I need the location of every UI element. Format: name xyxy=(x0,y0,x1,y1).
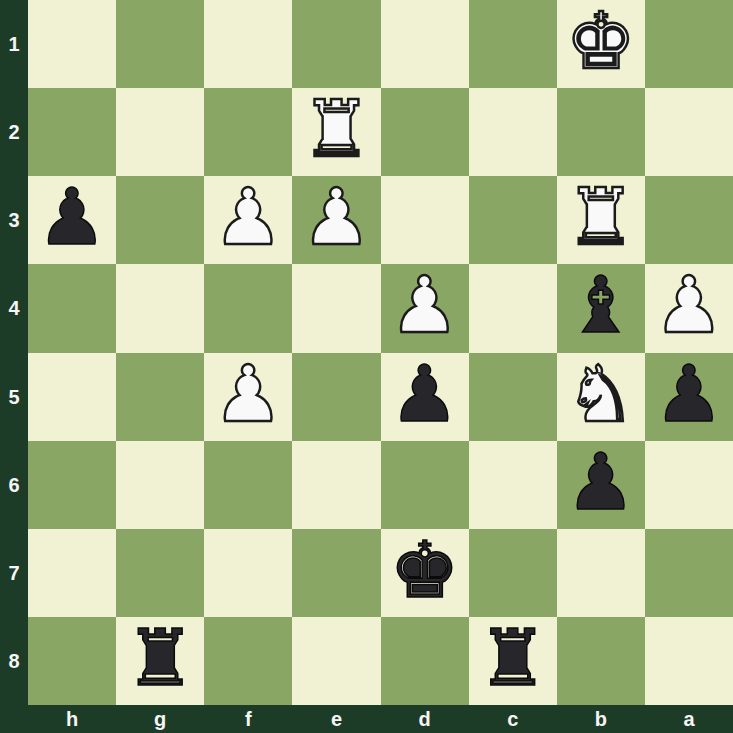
square-a1[interactable] xyxy=(645,0,733,88)
rank-label-3: 3 xyxy=(0,176,28,264)
black-rook-g8[interactable]: ♜ xyxy=(125,614,195,702)
white-knight-b5[interactable]: ♞ xyxy=(566,350,636,438)
square-f6[interactable] xyxy=(204,441,292,529)
square-d1[interactable] xyxy=(381,0,469,88)
square-g2[interactable] xyxy=(116,88,204,176)
square-h3[interactable]: ♟ xyxy=(28,176,116,264)
square-g6[interactable] xyxy=(116,441,204,529)
square-a2[interactable] xyxy=(645,88,733,176)
black-bishop-b4[interactable]: ♝ xyxy=(566,261,636,349)
square-c2[interactable] xyxy=(469,88,557,176)
square-b2[interactable] xyxy=(557,88,645,176)
square-a7[interactable] xyxy=(645,529,733,617)
square-a6[interactable] xyxy=(645,441,733,529)
rank-label-7: 7 xyxy=(0,529,28,617)
square-h7[interactable] xyxy=(28,529,116,617)
square-e4[interactable] xyxy=(292,264,380,352)
square-c6[interactable] xyxy=(469,441,557,529)
square-f7[interactable] xyxy=(204,529,292,617)
square-d7[interactable]: ♚ xyxy=(381,529,469,617)
file-label-e: e xyxy=(292,705,380,733)
square-b4[interactable]: ♝ xyxy=(557,264,645,352)
white-rook-b3[interactable]: ♜ xyxy=(566,173,636,261)
square-h1[interactable] xyxy=(28,0,116,88)
black-pawn-a5[interactable]: ♟ xyxy=(654,350,724,438)
square-g4[interactable] xyxy=(116,264,204,352)
square-a4[interactable]: ♟ xyxy=(645,264,733,352)
square-e1[interactable] xyxy=(292,0,380,88)
square-f1[interactable] xyxy=(204,0,292,88)
square-h5[interactable] xyxy=(28,353,116,441)
rank-label-6: 6 xyxy=(0,441,28,529)
square-f8[interactable] xyxy=(204,617,292,705)
square-g3[interactable] xyxy=(116,176,204,264)
square-h4[interactable] xyxy=(28,264,116,352)
square-g1[interactable] xyxy=(116,0,204,88)
square-e8[interactable] xyxy=(292,617,380,705)
square-e7[interactable] xyxy=(292,529,380,617)
square-b8[interactable] xyxy=(557,617,645,705)
rank-label-4: 4 xyxy=(0,264,28,352)
white-pawn-a4[interactable]: ♟ xyxy=(654,261,724,349)
square-g7[interactable] xyxy=(116,529,204,617)
file-label-a: a xyxy=(645,705,733,733)
file-label-h: h xyxy=(28,705,116,733)
white-king-b1[interactable]: ♚ xyxy=(566,0,636,85)
square-e3[interactable]: ♟ xyxy=(292,176,380,264)
square-g5[interactable] xyxy=(116,353,204,441)
square-c4[interactable] xyxy=(469,264,557,352)
square-b6[interactable]: ♟ xyxy=(557,441,645,529)
square-f3[interactable]: ♟ xyxy=(204,176,292,264)
square-g8[interactable]: ♜ xyxy=(116,617,204,705)
square-a5[interactable]: ♟ xyxy=(645,353,733,441)
square-b5[interactable]: ♞ xyxy=(557,353,645,441)
square-c7[interactable] xyxy=(469,529,557,617)
file-label-g: g xyxy=(116,705,204,733)
square-b3[interactable]: ♜ xyxy=(557,176,645,264)
square-b7[interactable] xyxy=(557,529,645,617)
square-d6[interactable] xyxy=(381,441,469,529)
square-e5[interactable] xyxy=(292,353,380,441)
square-b1[interactable]: ♚ xyxy=(557,0,645,88)
rank-labels: 12345678 xyxy=(0,0,28,705)
black-rook-c8[interactable]: ♜ xyxy=(478,614,548,702)
square-c8[interactable]: ♜ xyxy=(469,617,557,705)
square-d2[interactable] xyxy=(381,88,469,176)
file-label-b: b xyxy=(557,705,645,733)
white-rook-e2[interactable]: ♜ xyxy=(301,85,371,173)
square-f2[interactable] xyxy=(204,88,292,176)
square-h8[interactable] xyxy=(28,617,116,705)
black-pawn-d5[interactable]: ♟ xyxy=(390,350,460,438)
file-label-d: d xyxy=(381,705,469,733)
square-h6[interactable] xyxy=(28,441,116,529)
square-e6[interactable] xyxy=(292,441,380,529)
frame-corner xyxy=(0,705,28,733)
black-king-d7[interactable]: ♚ xyxy=(390,526,460,614)
square-c3[interactable] xyxy=(469,176,557,264)
white-pawn-d4[interactable]: ♟ xyxy=(390,261,460,349)
square-d8[interactable] xyxy=(381,617,469,705)
square-c5[interactable] xyxy=(469,353,557,441)
square-d3[interactable] xyxy=(381,176,469,264)
square-d4[interactable]: ♟ xyxy=(381,264,469,352)
square-d5[interactable]: ♟ xyxy=(381,353,469,441)
white-pawn-f3[interactable]: ♟ xyxy=(213,173,283,261)
rank-label-1: 1 xyxy=(0,0,28,88)
chess-board-page: 12345678 ♚♜♟♟♟♜♟♝♟♟♟♞♟♟♚♜♜ hgfedcba xyxy=(0,0,733,733)
rank-label-5: 5 xyxy=(0,353,28,441)
file-labels: hgfedcba xyxy=(28,705,733,733)
rank-label-2: 2 xyxy=(0,88,28,176)
square-a3[interactable] xyxy=(645,176,733,264)
rank-label-8: 8 xyxy=(0,617,28,705)
square-h2[interactable] xyxy=(28,88,116,176)
white-pawn-e3[interactable]: ♟ xyxy=(301,173,371,261)
board: ♚♜♟♟♟♜♟♝♟♟♟♞♟♟♚♜♜ xyxy=(28,0,733,705)
square-c1[interactable] xyxy=(469,0,557,88)
file-label-f: f xyxy=(204,705,292,733)
square-f5[interactable]: ♟ xyxy=(204,353,292,441)
file-label-c: c xyxy=(469,705,557,733)
white-pawn-f5[interactable]: ♟ xyxy=(213,350,283,438)
black-pawn-h3[interactable]: ♟ xyxy=(37,173,107,261)
square-e2[interactable]: ♜ xyxy=(292,88,380,176)
square-f4[interactable] xyxy=(204,264,292,352)
black-pawn-b6[interactable]: ♟ xyxy=(566,438,636,526)
square-a8[interactable] xyxy=(645,617,733,705)
